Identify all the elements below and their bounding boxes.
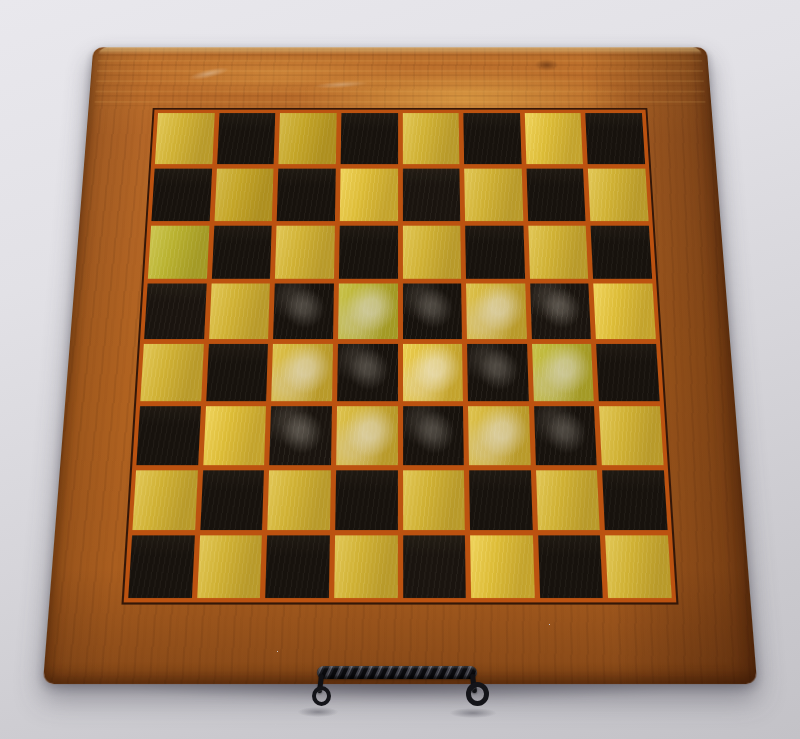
square-a6 <box>148 225 209 279</box>
square-g2 <box>536 470 600 531</box>
board-grid <box>121 108 678 605</box>
square-f5 <box>466 284 526 339</box>
square-h5 <box>594 284 656 339</box>
square-a8 <box>155 113 214 164</box>
square-a3 <box>136 406 200 465</box>
square-a5 <box>144 284 206 339</box>
square-h8 <box>586 113 645 164</box>
square-e4 <box>403 344 464 401</box>
square-d8 <box>341 113 398 164</box>
square-h4 <box>596 344 659 401</box>
square-d3 <box>336 406 397 465</box>
square-g4 <box>532 344 594 401</box>
display-stand <box>312 662 484 714</box>
square-g6 <box>528 225 588 279</box>
square-d7 <box>340 168 398 220</box>
stand-right-foot-curl <box>462 670 486 708</box>
square-f8 <box>463 113 521 164</box>
stand-twisted-bar <box>317 666 477 679</box>
square-h1 <box>606 536 672 598</box>
square-f2 <box>469 470 532 531</box>
square-a7 <box>151 168 211 220</box>
square-c7 <box>277 168 336 220</box>
square-g8 <box>525 113 584 164</box>
square-a2 <box>132 470 197 531</box>
square-h7 <box>588 168 648 220</box>
square-c6 <box>275 225 335 279</box>
square-f7 <box>464 168 523 220</box>
square-e2 <box>403 470 465 531</box>
square-f4 <box>467 344 528 401</box>
square-c4 <box>271 344 332 401</box>
square-e8 <box>402 113 459 164</box>
square-g1 <box>538 536 603 598</box>
square-e7 <box>402 168 460 220</box>
square-d1 <box>334 536 397 598</box>
square-e6 <box>402 225 461 279</box>
square-f3 <box>468 406 530 465</box>
square-b7 <box>214 168 274 220</box>
square-b3 <box>203 406 266 465</box>
square-c1 <box>265 536 329 598</box>
square-c8 <box>279 113 337 164</box>
square-d2 <box>335 470 397 531</box>
square-b1 <box>197 536 262 598</box>
square-f6 <box>465 225 525 279</box>
square-h3 <box>599 406 663 465</box>
square-a4 <box>140 344 203 401</box>
square-g7 <box>526 168 586 220</box>
square-h2 <box>602 470 667 531</box>
game-board <box>43 47 757 684</box>
square-e1 <box>403 536 466 598</box>
square-f1 <box>470 536 534 598</box>
square-e3 <box>403 406 464 465</box>
square-a1 <box>128 536 194 598</box>
square-e5 <box>402 284 462 339</box>
wood-grain-top-rail <box>94 50 705 106</box>
square-b6 <box>211 225 271 279</box>
square-c5 <box>273 284 333 339</box>
square-h6 <box>591 225 652 279</box>
square-d5 <box>338 284 398 339</box>
square-b2 <box>200 470 264 531</box>
square-b5 <box>209 284 270 339</box>
stand-left-foot-curl <box>310 670 328 708</box>
square-b8 <box>217 113 276 164</box>
square-c3 <box>270 406 332 465</box>
square-g5 <box>530 284 591 339</box>
square-b4 <box>206 344 268 401</box>
square-g3 <box>534 406 597 465</box>
square-d6 <box>339 225 398 279</box>
square-d4 <box>337 344 398 401</box>
square-c2 <box>268 470 331 531</box>
